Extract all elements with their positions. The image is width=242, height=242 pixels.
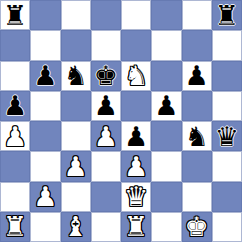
square-f7[interactable] [151,30,181,60]
square-h3[interactable] [212,151,242,181]
square-c3[interactable]: ♟ [61,151,91,181]
black-knight-piece[interactable]: ♞ [185,123,209,150]
square-g2[interactable] [182,182,212,212]
black-rook-piece[interactable]: ♜ [215,2,239,29]
square-c1[interactable]: ♝ [61,212,91,242]
square-c6[interactable]: ♞ [61,61,91,91]
black-pawn-piece[interactable]: ♟ [94,92,118,119]
square-d6[interactable]: ♚ [91,61,121,91]
black-queen-piece[interactable]: ♛ [215,123,239,150]
square-a1[interactable]: ♜ [0,212,30,242]
square-d2[interactable] [91,182,121,212]
square-b3[interactable] [30,151,60,181]
white-bishop-piece[interactable]: ♝ [64,213,88,240]
square-c2[interactable] [61,182,91,212]
chess-board: ♜♜♟♞♚♞♟♟♟♟♟♟♟♞♛♟♟♟♛♜♝♜♚ [0,0,242,242]
black-rook-piece[interactable]: ♜ [3,2,27,29]
square-f5[interactable]: ♟ [151,91,181,121]
square-a8[interactable]: ♜ [0,0,30,30]
square-f2[interactable] [151,182,181,212]
white-rook-piece[interactable]: ♜ [124,213,148,240]
square-b2[interactable]: ♟ [30,182,60,212]
square-g3[interactable] [182,151,212,181]
square-d1[interactable] [91,212,121,242]
square-c5[interactable] [61,91,91,121]
black-pawn-piece[interactable]: ♟ [154,92,178,119]
square-b6[interactable]: ♟ [30,61,60,91]
square-b7[interactable] [30,30,60,60]
square-h8[interactable]: ♜ [212,0,242,30]
square-e3[interactable]: ♟ [121,151,151,181]
black-knight-piece[interactable]: ♞ [64,62,88,89]
white-knight-piece[interactable]: ♞ [124,62,148,89]
black-pawn-piece[interactable]: ♟ [33,62,57,89]
square-b4[interactable] [30,121,60,151]
black-pawn-piece[interactable]: ♟ [185,62,209,89]
square-f1[interactable] [151,212,181,242]
white-pawn-piece[interactable]: ♟ [3,123,27,150]
square-e1[interactable]: ♜ [121,212,151,242]
square-b8[interactable] [30,0,60,30]
square-h2[interactable] [212,182,242,212]
square-f3[interactable] [151,151,181,181]
white-queen-piece[interactable]: ♛ [124,183,148,210]
square-c7[interactable] [61,30,91,60]
white-king-piece[interactable]: ♚ [185,213,209,240]
square-f4[interactable] [151,121,181,151]
square-d7[interactable] [91,30,121,60]
square-a7[interactable] [0,30,30,60]
square-h4[interactable]: ♛ [212,121,242,151]
square-a4[interactable]: ♟ [0,121,30,151]
black-pawn-piece[interactable]: ♟ [124,123,148,150]
white-pawn-piece[interactable]: ♟ [33,183,57,210]
square-d8[interactable] [91,0,121,30]
square-e6[interactable]: ♞ [121,61,151,91]
square-g8[interactable] [182,0,212,30]
square-e2[interactable]: ♛ [121,182,151,212]
square-g4[interactable]: ♞ [182,121,212,151]
square-a2[interactable] [0,182,30,212]
square-h7[interactable] [212,30,242,60]
square-f8[interactable] [151,0,181,30]
square-c4[interactable] [61,121,91,151]
square-f6[interactable] [151,61,181,91]
square-h1[interactable] [212,212,242,242]
square-g7[interactable] [182,30,212,60]
square-b5[interactable] [30,91,60,121]
square-g6[interactable]: ♟ [182,61,212,91]
square-g1[interactable]: ♚ [182,212,212,242]
square-e4[interactable]: ♟ [121,121,151,151]
white-rook-piece[interactable]: ♜ [3,213,27,240]
square-c8[interactable] [61,0,91,30]
square-e8[interactable] [121,0,151,30]
black-king-piece[interactable]: ♚ [94,62,118,89]
square-b1[interactable] [30,212,60,242]
white-pawn-piece[interactable]: ♟ [94,123,118,150]
square-a3[interactable] [0,151,30,181]
square-e5[interactable] [121,91,151,121]
white-pawn-piece[interactable]: ♟ [64,153,88,180]
square-d5[interactable]: ♟ [91,91,121,121]
white-pawn-piece[interactable]: ♟ [124,153,148,180]
square-g5[interactable] [182,91,212,121]
square-d4[interactable]: ♟ [91,121,121,151]
square-d3[interactable] [91,151,121,181]
black-pawn-piece[interactable]: ♟ [3,92,27,119]
square-e7[interactable] [121,30,151,60]
square-a6[interactable] [0,61,30,91]
square-h5[interactable] [212,91,242,121]
square-h6[interactable] [212,61,242,91]
square-a5[interactable]: ♟ [0,91,30,121]
